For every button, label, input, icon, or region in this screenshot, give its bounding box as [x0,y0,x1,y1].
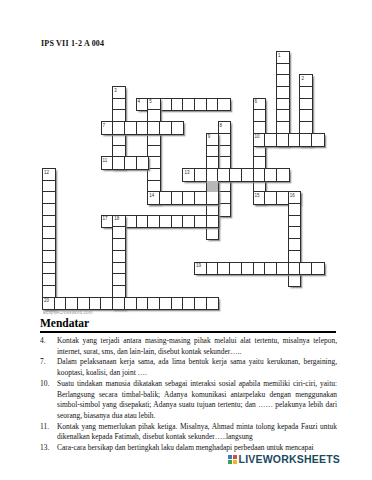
crossword-cell[interactable] [148,216,160,228]
crossword-cell[interactable] [289,263,301,275]
crossword-cell[interactable] [183,192,195,204]
crossword-cell[interactable] [277,110,289,122]
crossword-cell[interactable] [113,263,125,275]
word-block-7-across [101,121,185,135]
crossword-cell[interactable] [207,169,219,181]
clue-text: Dalam pelaksanaan kerja sama, ada lima b… [57,357,337,378]
crossword-cell[interactable] [289,216,301,228]
crossword-cell[interactable] [254,146,266,158]
crossword-cell[interactable] [113,99,125,111]
crossword-cell[interactable] [183,216,195,228]
crossword-cell[interactable] [265,192,277,204]
crossword-cell[interactable] [195,263,207,275]
crossword-cell[interactable] [172,122,184,134]
clue-number: 7. [40,357,57,378]
crossword-cell[interactable] [254,169,266,181]
crossword-cell[interactable] [300,87,312,99]
crossword-cell[interactable] [148,146,160,158]
crossword-cell[interactable] [300,99,312,111]
worksheet-title: IPS VII 1-2 A 004 [41,39,104,48]
crossword-cell[interactable] [312,263,324,275]
crossword-cell[interactable] [183,99,195,111]
crossword-cell[interactable] [125,157,137,169]
crossword-cell[interactable] [207,298,219,310]
crossword-cell[interactable] [289,274,301,286]
crossword-cell[interactable] [160,122,172,134]
word-block-5-down [147,98,161,205]
crossword-cell[interactable] [43,274,55,286]
crossword-cell[interactable] [195,298,207,310]
crossword-cell[interactable] [265,134,277,146]
crossword-cell[interactable] [277,169,289,181]
word-block-14-across [147,191,219,205]
crossword-cell[interactable] [289,204,301,216]
crossword-cell[interactable] [312,134,324,146]
crossword-cell[interactable] [90,298,102,310]
crossword-cell[interactable] [43,216,55,228]
clue-list: 4.Kontak yang terjadi antara masing-masi… [40,336,337,454]
crossword-cell[interactable] [218,169,230,181]
crossword-cell[interactable] [125,122,137,134]
selected-cell[interactable] [207,181,218,192]
crossword-cell[interactable] [289,192,301,204]
crossword-cell[interactable] [195,169,207,181]
crossword-cell[interactable] [207,227,219,239]
crossword-cell[interactable] [183,169,195,181]
crossword-cell[interactable] [125,216,137,228]
crossword-cell[interactable] [207,146,219,158]
crossword-grid: 1234567891011121314151617181920 [43,52,336,310]
crossword-cell[interactable] [113,239,125,251]
crossword-cell[interactable] [160,298,172,310]
crossword-cell[interactable] [101,298,113,310]
crossword-cell[interactable] [277,99,289,111]
crossword-cell[interactable] [195,216,207,228]
crossword-cell[interactable] [254,99,266,111]
crossword-cell[interactable] [160,216,172,228]
crossword-cell[interactable] [113,251,125,263]
crossword-cell[interactable] [230,263,242,275]
crossword-cell[interactable] [219,134,231,146]
clue-number: 13. [40,443,57,454]
crossword-cell[interactable] [113,227,125,239]
crossword-cell[interactable] [160,99,172,111]
crossword-cell[interactable] [137,298,149,310]
liveworksheets-icon [228,455,237,464]
crossword-cell[interactable] [55,298,67,310]
crossword-cell[interactable] [113,122,125,134]
crossword-cell[interactable] [195,99,207,111]
word-block-10-across [253,133,325,147]
word-block-20-across [42,297,219,311]
crossword-cell[interactable] [207,216,219,228]
clue-item: 4.Kontak yang terjadi antara masing-masi… [40,336,337,357]
crossword-cell[interactable] [207,192,219,204]
crossword-cell[interactable] [43,263,55,275]
crossword-cell[interactable] [43,251,55,263]
crossword-cell[interactable] [148,99,160,111]
crossword-cell[interactable] [195,192,207,204]
crossword-cell[interactable] [160,192,172,204]
crossword-cell[interactable] [265,169,277,181]
word-block-13-across [182,168,289,182]
crossword-cell[interactable] [113,274,125,286]
crossword-cell[interactable] [254,110,266,122]
clue-text: Kontak yang memerlukan pihak ketiga. Mis… [57,422,337,443]
crossword-cell[interactable] [113,157,125,169]
clue-number: 4. [40,336,57,357]
crossword-cell[interactable] [219,146,231,158]
crossword-cell[interactable] [113,134,125,146]
crossword-cell[interactable] [172,99,184,111]
crossword-cell[interactable] [277,263,289,275]
crossword-cell[interactable] [148,134,160,146]
word-block-12-down [42,168,56,310]
word-block-11-across [101,156,150,170]
crossword-cell[interactable] [277,134,289,146]
crossword-cell[interactable] [254,192,266,204]
clue-text: Suatu tindakan manusia dikatakan sebagai… [57,379,337,422]
worksheet-page: IPS VII 1-2 A 004 1234567891011121314151… [0,0,372,480]
clues-heading: Mendatar [40,317,89,329]
crossword-cell[interactable] [289,239,301,251]
crossword-cell[interactable] [43,169,55,181]
crossword-cell[interactable] [113,216,125,228]
word-block-19-across [194,262,325,276]
crossword-cell[interactable] [172,216,184,228]
clue-item: 10.Suatu tindakan manusia dikatakan seba… [40,379,337,422]
crossword-cell[interactable] [43,239,55,251]
crossword-cell[interactable] [43,204,55,216]
crossword-cell[interactable] [254,263,266,275]
crossword-cell[interactable] [277,87,289,99]
crossword-cell[interactable] [43,192,55,204]
clue-item: 7.Dalam pelaksanaan kerja sama, ada lima… [40,357,337,378]
word-block-6-down [253,98,267,205]
crossword-cell[interactable] [218,99,230,111]
crossword-cell[interactable] [66,298,78,310]
crossword-cell[interactable] [289,227,301,239]
crossword-cell[interactable] [183,298,195,310]
liveworksheets-logo[interactable]: LIVEWORKSHEETS [228,453,340,465]
crossword-cell[interactable] [219,122,231,134]
crossword-cell[interactable] [148,157,160,169]
crossword-cell[interactable] [137,216,149,228]
crossword-cell[interactable] [43,227,55,239]
crossword-cell[interactable] [219,181,231,193]
crossword-cell[interactable] [254,134,266,146]
crossword-cell[interactable] [148,298,160,310]
crossword-cell[interactable] [172,192,184,204]
crossword-cell[interactable] [207,99,219,111]
crossword-cell[interactable] [207,263,219,275]
crossword-cell[interactable] [300,110,312,122]
crossword-cell[interactable] [78,298,90,310]
crossword-cell[interactable] [300,263,312,275]
crossword-cell[interactable] [102,122,114,134]
crossword-cell[interactable] [242,263,254,275]
clue-number: 10. [40,379,57,422]
crossword-cell[interactable] [137,157,149,169]
crossword-cell[interactable] [277,75,289,87]
liveworksheets-brand-text: LIVEWORKSHEETS [239,453,340,465]
clue-number: 11. [40,422,57,443]
crossword-cell[interactable] [277,64,289,76]
clue-text: Kontak yang terjadi antara masing-masing… [57,336,337,357]
crossword-cell[interactable] [289,134,301,146]
crossword-cell[interactable] [265,263,277,275]
crossword-cell[interactable] [43,298,55,310]
crossword-cell[interactable] [43,181,55,193]
crossword-cell[interactable] [113,298,125,310]
crossword-cell[interactable] [102,157,114,169]
crossword-cell[interactable] [230,169,242,181]
crossword-cell[interactable] [148,169,160,181]
crossword-cell[interactable] [113,87,125,99]
crossword-cell[interactable] [242,169,254,181]
crossword-cell[interactable] [148,192,160,204]
crossword-cell[interactable] [218,263,230,275]
crossword-cell[interactable] [219,192,231,204]
crossword-cell[interactable] [137,122,149,134]
crossword-cell[interactable] [172,298,184,310]
crossword-cell[interactable] [277,52,289,64]
generator-watermark: EclipseCrossword.com [43,310,93,315]
clue-item: 11.Kontak yang memerlukan pihak ketiga. … [40,422,337,443]
crossword-cell[interactable] [300,134,312,146]
crossword-cell[interactable] [219,204,231,216]
heading-rule [40,331,336,333]
crossword-cell[interactable] [207,134,219,146]
crossword-cell[interactable] [125,298,137,310]
crossword-cell[interactable] [300,75,312,87]
crossword-cell[interactable] [148,122,160,134]
